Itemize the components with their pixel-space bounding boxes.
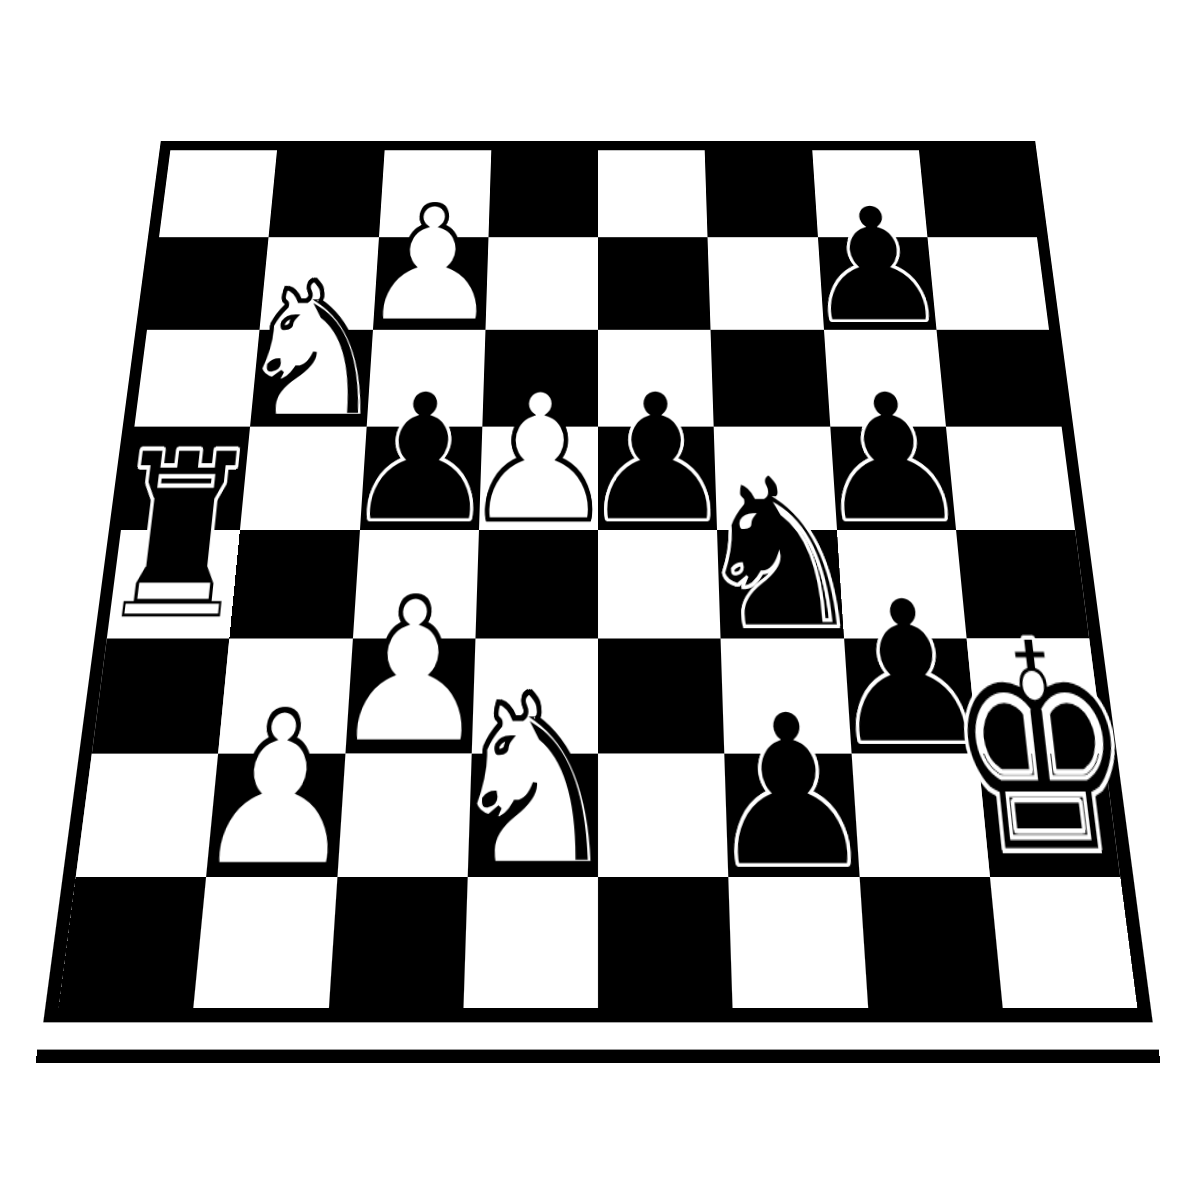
chessboard: ♟♟♞♟♟♟♟♜♞♟♟♟♞♟♚ — [43, 141, 1152, 1022]
square-d2[interactable]: ♞ — [467, 754, 598, 877]
square-e8[interactable] — [598, 150, 708, 237]
square-d1[interactable] — [463, 877, 598, 1008]
square-f1[interactable] — [729, 877, 868, 1008]
square-e7[interactable] — [598, 238, 711, 330]
square-a8[interactable] — [159, 150, 277, 237]
board-side-edge — [36, 1022, 1161, 1063]
square-a4[interactable]: ♜ — [107, 530, 240, 639]
square-g1[interactable] — [859, 877, 1002, 1008]
square-h2[interactable]: ♚ — [978, 754, 1121, 877]
square-a1[interactable] — [59, 877, 207, 1008]
square-g7[interactable]: ♟ — [818, 238, 937, 330]
black-king-h2[interactable]: ♚ — [934, 606, 1153, 897]
square-d7[interactable] — [485, 238, 598, 330]
square-c1[interactable] — [328, 877, 467, 1008]
square-f2[interactable]: ♟ — [725, 754, 860, 877]
square-h5[interactable] — [946, 427, 1075, 530]
square-e1[interactable] — [598, 877, 733, 1008]
square-b2[interactable]: ♟ — [206, 754, 345, 877]
square-b1[interactable] — [194, 877, 337, 1008]
square-h7[interactable] — [927, 238, 1049, 330]
chessboard-scene: ♟♟♞♟♟♟♟♜♞♟♟♟♞♟♚ — [0, 0, 1200, 1200]
square-h1[interactable] — [990, 877, 1138, 1008]
board-grid: ♟♟♞♟♟♟♟♜♞♟♟♟♞♟♚ — [43, 141, 1152, 1022]
